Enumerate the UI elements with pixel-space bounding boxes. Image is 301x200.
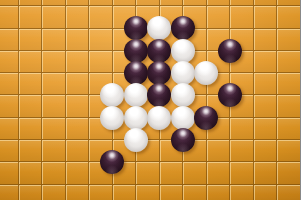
board-cell[interactable] [88,28,112,50]
board-cell[interactable] [65,94,89,116]
board-cell[interactable] [18,117,42,139]
board-cell[interactable] [18,161,42,183]
board-cell[interactable] [88,50,112,72]
board-cell[interactable] [253,50,277,72]
board-cell[interactable] [206,50,230,72]
board-cell[interactable] [88,5,112,27]
board-cell[interactable] [65,28,89,50]
board-cell[interactable] [0,94,18,116]
board-cell[interactable] [65,117,89,139]
board-cell[interactable] [229,50,253,72]
grid-lines [0,0,300,200]
board-cell[interactable] [206,94,230,116]
board-cell[interactable] [253,5,277,27]
board-cell[interactable] [88,161,112,183]
board-cell[interactable] [300,139,301,161]
board-cell[interactable] [65,161,89,183]
board-cell[interactable] [135,94,159,116]
board-cell[interactable] [0,161,18,183]
board-cell[interactable] [41,5,65,27]
board-cell[interactable] [135,5,159,27]
board-cell[interactable] [88,117,112,139]
board-cell[interactable] [112,50,136,72]
board-cell[interactable] [300,5,301,27]
board-cell[interactable] [18,94,42,116]
board-cell[interactable] [206,161,230,183]
board-cell[interactable] [300,72,301,94]
board-cell[interactable] [229,161,253,183]
board-cell[interactable] [276,50,300,72]
board-cell[interactable] [206,117,230,139]
board-cell[interactable] [206,139,230,161]
board-cell[interactable] [41,117,65,139]
board-cell[interactable] [41,139,65,161]
board-cell[interactable] [182,28,206,50]
board-cell[interactable] [41,94,65,116]
board-cell[interactable] [65,139,89,161]
board-cell[interactable] [159,50,183,72]
board-cell[interactable] [41,72,65,94]
board-cell[interactable] [112,72,136,94]
board-cell[interactable] [276,139,300,161]
board-cell[interactable] [159,5,183,27]
board-cell[interactable] [135,184,159,200]
board-cell[interactable] [135,161,159,183]
board-cell[interactable] [182,50,206,72]
board-cell[interactable] [41,184,65,200]
board-cell[interactable] [0,5,18,27]
board-cell[interactable] [18,5,42,27]
board-cell[interactable] [253,117,277,139]
board-cell[interactable] [0,50,18,72]
board-cell[interactable] [300,50,301,72]
board-cell[interactable] [300,28,301,50]
board-cell[interactable] [0,139,18,161]
board-cell[interactable] [206,28,230,50]
board-cell[interactable] [253,94,277,116]
board-cell[interactable] [206,72,230,94]
board-cell[interactable] [159,117,183,139]
board-cell[interactable] [300,161,301,183]
board-cell[interactable] [18,139,42,161]
board-cell[interactable] [229,139,253,161]
board-cell[interactable] [18,184,42,200]
board-cell[interactable] [159,139,183,161]
board-cell[interactable] [0,28,18,50]
board-cell[interactable] [276,117,300,139]
board-cell[interactable] [41,50,65,72]
board-cell[interactable] [182,72,206,94]
board-cell[interactable] [65,72,89,94]
board-cell[interactable] [182,5,206,27]
board-cell[interactable] [112,94,136,116]
board-cell[interactable] [112,117,136,139]
board-cell[interactable] [159,184,183,200]
board-cell[interactable] [276,28,300,50]
board-cell[interactable] [253,139,277,161]
board-cell[interactable] [300,94,301,116]
board-cell[interactable] [0,184,18,200]
board-cell[interactable] [182,161,206,183]
board-cell[interactable] [135,139,159,161]
board-cell[interactable] [253,161,277,183]
board-cell[interactable] [229,184,253,200]
board-cell[interactable] [276,5,300,27]
board-cell[interactable] [65,5,89,27]
board-cell[interactable] [229,72,253,94]
board-cell[interactable] [206,184,230,200]
board-cell[interactable] [112,139,136,161]
board-cell[interactable] [229,94,253,116]
board-cell[interactable] [112,161,136,183]
board-cell[interactable] [182,139,206,161]
board-cell[interactable] [18,28,42,50]
board-cell[interactable] [135,50,159,72]
board-cell[interactable] [18,50,42,72]
gomoku-board[interactable] [0,0,300,200]
board-cell[interactable] [182,94,206,116]
board-cell[interactable] [159,28,183,50]
board-cell[interactable] [276,184,300,200]
board-cell[interactable] [206,5,230,27]
board-cell[interactable] [253,72,277,94]
board-cell[interactable] [135,117,159,139]
board-cell[interactable] [88,94,112,116]
board-cell[interactable] [135,72,159,94]
board-cell[interactable] [88,184,112,200]
board-cell[interactable] [159,72,183,94]
board-cell[interactable] [229,28,253,50]
board-cell[interactable] [182,117,206,139]
board-cell[interactable] [300,117,301,139]
board-cell[interactable] [229,5,253,27]
board-cell[interactable] [88,139,112,161]
board-cell[interactable] [112,5,136,27]
board-cell[interactable] [18,72,42,94]
board-cell[interactable] [65,50,89,72]
board-cell[interactable] [65,184,89,200]
board-cell[interactable] [276,94,300,116]
board-cell[interactable] [182,184,206,200]
board-cell[interactable] [229,117,253,139]
board-cell[interactable] [253,28,277,50]
board-cell[interactable] [276,72,300,94]
board-cell[interactable] [112,184,136,200]
board-cell[interactable] [159,94,183,116]
board-cell[interactable] [88,72,112,94]
board-cell[interactable] [41,28,65,50]
board-cell[interactable] [253,184,277,200]
board-cell[interactable] [112,28,136,50]
board-cell[interactable] [159,161,183,183]
board-cell[interactable] [135,28,159,50]
board-cell[interactable] [300,184,301,200]
board-cell[interactable] [41,161,65,183]
board-cell[interactable] [0,117,18,139]
board-cell[interactable] [276,161,300,183]
board-cell[interactable] [0,72,18,94]
